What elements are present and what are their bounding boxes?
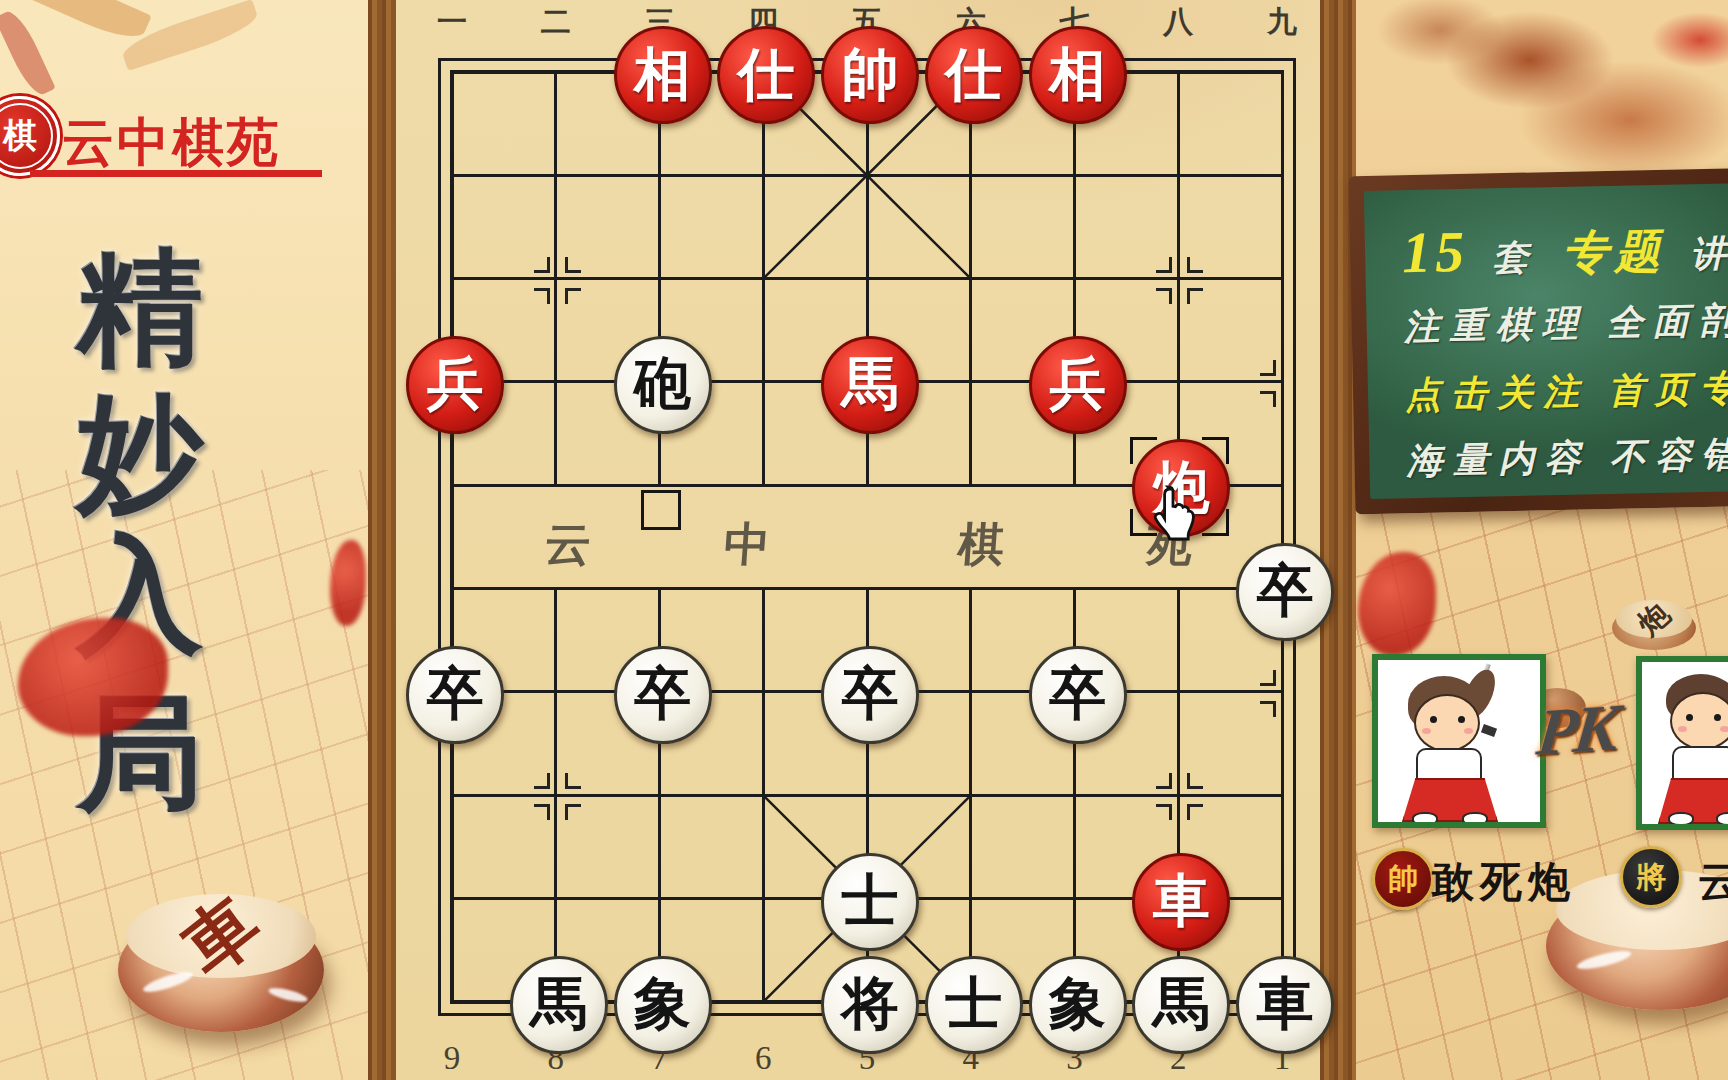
chalk-text: 海量内容 不容错 <box>1406 430 1728 486</box>
point-marker <box>1156 288 1172 304</box>
chalk-line-4: 海量内容 不容错 <box>1406 430 1728 486</box>
river-watermark-1: 中 <box>722 514 772 576</box>
piece-black-車-c9r10[interactable]: 車 <box>1236 956 1334 1054</box>
eye <box>1458 716 1465 723</box>
piece-black-卒-c1r7[interactable]: 卒 <box>406 646 504 744</box>
river-watermark-2: 棋 <box>956 514 1006 576</box>
piece-red-帥-c5r1[interactable]: 帥 <box>821 26 919 124</box>
file-label-九: 九 <box>1252 2 1312 43</box>
point-marker <box>1156 257 1172 273</box>
piece-red-相-c7r1[interactable]: 相 <box>1029 26 1127 124</box>
red-seal-char: 帥 <box>1388 859 1418 900</box>
point-marker <box>1187 257 1203 273</box>
grid-vline <box>969 589 972 1002</box>
point-marker <box>534 804 550 820</box>
point-marker <box>1187 773 1203 789</box>
point-marker <box>1260 701 1276 717</box>
foot <box>1462 812 1488 826</box>
piece-red-車-c8r9[interactable]: 車 <box>1132 853 1230 951</box>
left-decor-panel: 棋 云中棋苑 精 妙 入 局 車 <box>0 0 368 1080</box>
piece-red-馬-c5r4[interactable]: 馬 <box>821 336 919 434</box>
piece-black-卒-c9r6[interactable]: 卒 <box>1236 543 1334 641</box>
point-marker <box>565 804 581 820</box>
right-promo-panel <box>1356 0 1728 1080</box>
grid-vline <box>1281 72 1284 1002</box>
pk-emblem: PK <box>1534 689 1619 770</box>
sword-guard <box>1481 724 1497 737</box>
chalk-text: 15 <box>1401 218 1468 286</box>
eye <box>1686 714 1693 721</box>
blush <box>1678 726 1687 732</box>
wood-divider <box>368 0 396 1080</box>
piece-black-士-c5r9[interactable]: 士 <box>821 853 919 951</box>
grid-vline <box>451 72 454 1002</box>
banner-char-3: 入 <box>70 533 210 659</box>
piece-red-兵-c1r4[interactable]: 兵 <box>406 336 504 434</box>
piece-red-炮-c8r5[interactable]: 炮 <box>1132 439 1230 537</box>
chalk-line-2: 注重棋理 全面剖 <box>1403 296 1728 352</box>
point-marker <box>534 257 550 273</box>
chalk-line-1: 15套专题讲 <box>1401 212 1728 288</box>
move-from-marker <box>641 490 681 530</box>
piece-red-仕-c4r1[interactable]: 仕 <box>717 26 815 124</box>
decor-piece-body <box>118 908 324 1032</box>
piece-black-士-c6r10[interactable]: 士 <box>925 956 1023 1054</box>
chalkboard: 15套专题讲 注重棋理 全面剖 点击关注 首页专 海量内容 不容错 <box>1349 168 1728 515</box>
piece-black-卒-c3r7[interactable]: 卒 <box>614 646 712 744</box>
piece-red-相-c3r1[interactable]: 相 <box>614 26 712 124</box>
point-marker <box>1187 804 1203 820</box>
banner-char-4: 局 <box>70 692 210 818</box>
brand-seal-ring <box>0 103 53 169</box>
piece-black-将-c5r10[interactable]: 将 <box>821 956 919 1054</box>
decor-piece-top: 車 <box>126 894 316 978</box>
chalk-text: 注重棋理 全面剖 <box>1403 296 1728 352</box>
banner-char-1: 精 <box>70 246 210 372</box>
file-label-二: 二 <box>526 2 586 43</box>
eye <box>1430 716 1437 723</box>
chalk-text: 讲 <box>1690 229 1728 279</box>
chalk-line-3: 点击关注 首页专 <box>1405 364 1728 420</box>
screenshot-stage: 棋 云中棋苑 精 妙 入 局 車 一二三四五六七八九987654321云中棋苑相… <box>0 0 1728 1080</box>
piece-black-象-c7r10[interactable]: 象 <box>1029 956 1127 1054</box>
point-marker <box>565 257 581 273</box>
grid-vline <box>762 589 765 1002</box>
piece-black-卒-c7r7[interactable]: 卒 <box>1029 646 1127 744</box>
chalk-text: 套 <box>1492 233 1539 283</box>
banner-char-2: 妙 <box>70 390 210 516</box>
blush <box>1720 726 1728 732</box>
file-label-八: 八 <box>1148 2 1208 43</box>
foot <box>1412 812 1438 826</box>
point-marker <box>565 773 581 789</box>
black-side-seal: 將 <box>1620 846 1682 908</box>
file-label-一: 一 <box>422 2 482 43</box>
grid-vline <box>1177 72 1180 485</box>
brand-underline <box>30 170 322 177</box>
wood-divider <box>1320 0 1356 1080</box>
rank-label-9: 9 <box>422 1040 482 1077</box>
point-marker <box>1187 288 1203 304</box>
decor-piece-char: 車 <box>163 876 279 996</box>
chalk-text: 点击关注 首页专 <box>1405 364 1728 420</box>
point-marker <box>1260 670 1276 686</box>
piece-black-象-c3r10[interactable]: 象 <box>614 956 712 1054</box>
point-marker <box>1156 804 1172 820</box>
grid-vline <box>554 589 557 1002</box>
glint <box>267 985 308 1004</box>
avatar-right-box <box>1636 656 1728 830</box>
rose-petal-decor <box>330 540 366 626</box>
foot <box>1668 812 1694 826</box>
point-marker <box>1260 360 1276 376</box>
grid-vline <box>554 72 557 485</box>
red-side-name: 敢死炮 <box>1432 854 1576 910</box>
eye <box>1714 714 1721 721</box>
chalk-text: 专题 <box>1562 221 1667 285</box>
bamboo-leaf-decor <box>28 0 151 47</box>
piece-black-砲-c3r4[interactable]: 砲 <box>614 336 712 434</box>
grid-vline <box>969 72 972 485</box>
point-marker <box>1156 773 1172 789</box>
brand-name: 云中棋苑 <box>62 108 282 178</box>
red-side-seal: 帥 <box>1372 848 1434 910</box>
point-marker <box>534 773 550 789</box>
face <box>1670 692 1728 750</box>
piece-red-仕-c6r1[interactable]: 仕 <box>925 26 1023 124</box>
point-marker <box>534 288 550 304</box>
piece-black-馬-c2r10[interactable]: 馬 <box>510 956 608 1054</box>
river-watermark-0: 云 <box>543 514 593 576</box>
black-seal-char: 將 <box>1636 857 1666 898</box>
maple-leaf-decor <box>0 7 56 100</box>
piece-red-兵-c7r4[interactable]: 兵 <box>1029 336 1127 434</box>
glint <box>141 968 194 995</box>
piece-black-卒-c5r7[interactable]: 卒 <box>821 646 919 744</box>
point-marker <box>1260 391 1276 407</box>
face <box>1414 694 1480 752</box>
blush <box>1422 728 1431 734</box>
grid-vline <box>762 72 765 485</box>
blush <box>1464 728 1473 734</box>
point-marker <box>565 288 581 304</box>
rank-label-6: 6 <box>733 1040 793 1077</box>
black-side-name: 云 <box>1698 854 1728 910</box>
bamboo-leaf-decor <box>119 0 261 71</box>
piece-black-馬-c8r10[interactable]: 馬 <box>1132 956 1230 1054</box>
avatar-left-box <box>1372 654 1546 828</box>
brand-seal: 棋 <box>0 96 60 176</box>
